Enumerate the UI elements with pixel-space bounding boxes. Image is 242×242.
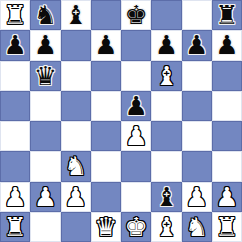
square-a5[interactable]: [0, 91, 30, 121]
black-king-icon: ♚: [124, 0, 147, 30]
white-pawn-icon: ♟: [185, 182, 208, 212]
square-g4[interactable]: [182, 121, 212, 151]
black-pawn-icon: ♟: [185, 30, 208, 60]
square-c5[interactable]: [61, 91, 91, 121]
square-f7[interactable]: ♟: [151, 30, 181, 60]
white-pawn-icon: ♟: [34, 182, 57, 212]
square-c8[interactable]: ♝: [61, 0, 91, 30]
square-g3[interactable]: [182, 151, 212, 181]
square-b5[interactable]: [30, 91, 60, 121]
square-c3[interactable]: ♞: [61, 151, 91, 181]
square-h6[interactable]: [212, 61, 242, 91]
white-rook-icon: ♜: [3, 212, 26, 242]
square-f6[interactable]: ♝: [151, 61, 181, 91]
square-b6[interactable]: ♛: [30, 61, 60, 91]
square-e3[interactable]: [121, 151, 151, 181]
square-h4[interactable]: [212, 121, 242, 151]
white-queen-icon: ♛: [94, 212, 117, 242]
square-b8[interactable]: ♞: [30, 0, 60, 30]
black-pawn-icon: ♟: [3, 30, 26, 60]
black-bishop-icon: ♝: [64, 0, 87, 30]
square-d4[interactable]: [91, 121, 121, 151]
square-a1[interactable]: ♜: [0, 212, 30, 242]
white-knight-icon: ♞: [64, 151, 87, 181]
square-a4[interactable]: [0, 121, 30, 151]
square-b7[interactable]: ♟: [30, 30, 60, 60]
white-pawn-icon: ♟: [64, 182, 87, 212]
square-f3[interactable]: [151, 151, 181, 181]
white-rook-icon: ♜: [3, 0, 26, 30]
square-a2[interactable]: ♟: [0, 182, 30, 212]
white-pawn-icon: ♟: [3, 182, 26, 212]
square-c7[interactable]: [61, 30, 91, 60]
square-b3[interactable]: [30, 151, 60, 181]
square-h1[interactable]: ♜: [212, 212, 242, 242]
square-e4[interactable]: ♟: [121, 121, 151, 151]
square-f2[interactable]: ♝: [151, 182, 181, 212]
square-f1[interactable]: ♝: [151, 212, 181, 242]
square-c4[interactable]: [61, 121, 91, 151]
square-e8[interactable]: ♚: [121, 0, 151, 30]
square-g5[interactable]: [182, 91, 212, 121]
black-bishop-icon: ♝: [155, 182, 178, 212]
white-bishop-icon: ♝: [155, 61, 178, 91]
square-c6[interactable]: [61, 61, 91, 91]
square-d6[interactable]: [91, 61, 121, 91]
square-e7[interactable]: [121, 30, 151, 60]
square-a3[interactable]: [0, 151, 30, 181]
square-g8[interactable]: [182, 0, 212, 30]
square-h7[interactable]: ♟: [212, 30, 242, 60]
square-f4[interactable]: [151, 121, 181, 151]
black-pawn-icon: ♟: [124, 91, 147, 121]
black-pawn-icon: ♟: [155, 30, 178, 60]
black-pawn-icon: ♟: [94, 30, 117, 60]
chess-board: ♜♞♝♚♜♟♟♟♟♟♟♛♝♟♟♞♟♟♟♝♟♟♜♛♚♝♞♜: [0, 0, 242, 242]
white-bishop-icon: ♝: [155, 212, 178, 242]
square-g6[interactable]: [182, 61, 212, 91]
square-e5[interactable]: ♟: [121, 91, 151, 121]
square-b1[interactable]: [30, 212, 60, 242]
white-pawn-icon: ♟: [215, 182, 238, 212]
square-e6[interactable]: [121, 61, 151, 91]
square-a8[interactable]: ♜: [0, 0, 30, 30]
black-rook-icon: ♜: [215, 0, 238, 30]
square-g1[interactable]: ♞: [182, 212, 212, 242]
white-pawn-icon: ♟: [124, 121, 147, 151]
square-d5[interactable]: [91, 91, 121, 121]
square-b2[interactable]: ♟: [30, 182, 60, 212]
square-d8[interactable]: [91, 0, 121, 30]
white-knight-icon: ♞: [185, 212, 208, 242]
square-h5[interactable]: [212, 91, 242, 121]
square-h2[interactable]: ♟: [212, 182, 242, 212]
black-pawn-icon: ♟: [215, 30, 238, 60]
black-pawn-icon: ♟: [34, 30, 57, 60]
square-b4[interactable]: [30, 121, 60, 151]
square-h8[interactable]: ♜: [212, 0, 242, 30]
white-king-icon: ♚: [124, 212, 147, 242]
square-d7[interactable]: ♟: [91, 30, 121, 60]
black-knight-icon: ♞: [34, 0, 57, 30]
square-c1[interactable]: [61, 212, 91, 242]
square-f8[interactable]: [151, 0, 181, 30]
square-f5[interactable]: [151, 91, 181, 121]
square-d2[interactable]: [91, 182, 121, 212]
square-h3[interactable]: [212, 151, 242, 181]
square-d1[interactable]: ♛: [91, 212, 121, 242]
square-e1[interactable]: ♚: [121, 212, 151, 242]
white-rook-icon: ♜: [215, 212, 238, 242]
black-queen-icon: ♛: [34, 61, 57, 91]
square-e2[interactable]: [121, 182, 151, 212]
square-a7[interactable]: ♟: [0, 30, 30, 60]
square-a6[interactable]: [0, 61, 30, 91]
square-d3[interactable]: [91, 151, 121, 181]
square-g2[interactable]: ♟: [182, 182, 212, 212]
square-c2[interactable]: ♟: [61, 182, 91, 212]
square-g7[interactable]: ♟: [182, 30, 212, 60]
